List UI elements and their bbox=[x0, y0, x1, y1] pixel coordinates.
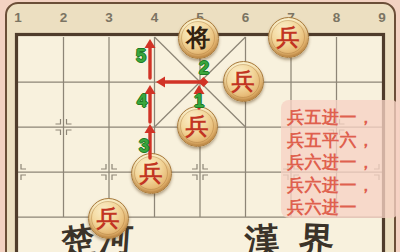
solution-move-line-1: 兵五进一， bbox=[287, 107, 375, 130]
piece-glyph: 兵 bbox=[232, 70, 255, 93]
piece-glyph: 将 bbox=[186, 26, 210, 50]
piece-red-soldier[interactable]: 兵 bbox=[88, 198, 129, 239]
piece-red-soldier[interactable]: 兵 bbox=[223, 61, 264, 102]
move-step-label-2: 2 bbox=[199, 59, 209, 77]
xiangqi-puzzle-screen: 123456789 楚河漢界 将兵兵兵兵兵 12345 兵五进一，兵五平六，兵六… bbox=[0, 0, 400, 252]
solution-move-line-5: 兵六进一 bbox=[287, 197, 375, 220]
piece-red-soldier[interactable]: 兵 bbox=[268, 17, 309, 58]
piece-glyph: 兵 bbox=[277, 26, 300, 49]
piece-red-soldier[interactable]: 兵 bbox=[177, 106, 218, 147]
piece-glyph: 兵 bbox=[186, 115, 209, 138]
move-step-label-3: 3 bbox=[139, 137, 149, 155]
move-step-label-1: 1 bbox=[194, 92, 204, 110]
river-label-han-1: 漢 bbox=[244, 223, 281, 252]
move-step-label-4: 4 bbox=[137, 92, 147, 110]
solution-move-line-2: 兵五平六， bbox=[287, 130, 375, 153]
river-label-han-2: 界 bbox=[298, 222, 335, 252]
piece-glyph: 兵 bbox=[97, 207, 120, 230]
piece-black-general[interactable]: 将 bbox=[178, 18, 219, 59]
move-step-label-5: 5 bbox=[136, 47, 146, 65]
solution-move-line-4: 兵六进一， bbox=[287, 175, 375, 198]
piece-red-soldier[interactable]: 兵 bbox=[131, 153, 172, 194]
solution-move-line-3: 兵六进一， bbox=[287, 152, 375, 175]
solution-moves-text: 兵五进一，兵五平六，兵六进一，兵六进一，兵六进一 bbox=[287, 107, 375, 220]
piece-glyph: 兵 bbox=[140, 162, 163, 185]
